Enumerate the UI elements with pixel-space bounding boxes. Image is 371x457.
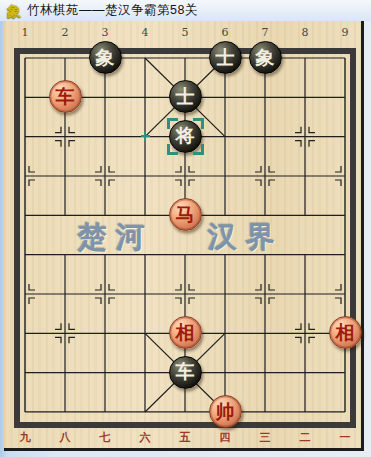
file-label-bottom: 七 [85,430,125,445]
red-general[interactable]: 帅 [209,395,242,428]
black-chariot[interactable]: 车 [169,356,202,389]
red-horse[interactable]: 马 [169,198,202,231]
file-label-bottom: 三 [245,430,285,445]
black-advisor[interactable]: 士 [209,41,242,74]
file-label-bottom: 一 [325,430,365,445]
file-label-bottom: 五 [165,430,205,445]
xiangqi-board-panel: 123456789 九八七六五四三二一 楚河 汉界 象士象车士将马相相车帅 [4,21,364,451]
file-label-bottom: 八 [45,430,85,445]
file-label-bottom: 六 [125,430,165,445]
move-cross-marker [141,132,150,141]
window-titlebar: 象 竹林棋苑——楚汉争霸第58关 [0,0,371,21]
red-elephant[interactable]: 相 [329,316,362,349]
xiangqi-board: 象士象车士将马相相车帅 [5,38,365,431]
red-elephant[interactable]: 相 [169,316,202,349]
black-advisor[interactable]: 士 [169,80,202,113]
xiangqi-app-icon: 象 [7,3,23,19]
black-elephant[interactable]: 象 [249,41,282,74]
black-elephant[interactable]: 象 [89,41,122,74]
file-label-bottom: 二 [285,430,325,445]
red-chariot[interactable]: 车 [49,80,82,113]
file-label-bottom: 九 [5,430,45,445]
black-general[interactable]: 将 [169,120,202,153]
file-label-bottom: 四 [205,430,245,445]
window-title: 竹林棋苑——楚汉争霸第58关 [27,2,198,19]
